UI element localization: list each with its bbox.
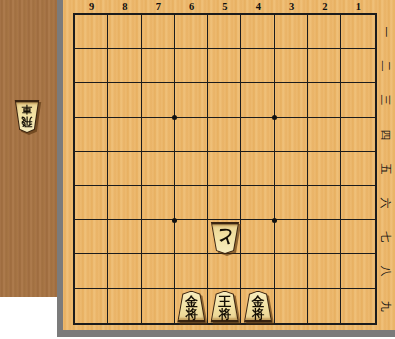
file-label: 5	[208, 0, 241, 13]
board-cell[interactable]	[275, 186, 308, 220]
piece-kanji: 王	[218, 295, 231, 309]
board-cell[interactable]	[275, 289, 308, 323]
board-cell[interactable]	[108, 254, 141, 288]
piece-kanji: 将	[219, 308, 231, 321]
board-cell[interactable]	[108, 83, 141, 117]
board-cell[interactable]	[175, 118, 208, 152]
board-cell[interactable]	[241, 83, 274, 117]
board-cell[interactable]	[75, 254, 108, 288]
board-cell[interactable]	[341, 186, 374, 220]
board-cell[interactable]	[308, 118, 341, 152]
piece-kanji: 金	[185, 295, 198, 309]
board-cell[interactable]	[75, 289, 108, 323]
board-cell[interactable]	[208, 15, 241, 49]
board-cell[interactable]	[275, 49, 308, 83]
file-label: 9	[75, 0, 108, 13]
board-cell[interactable]	[308, 254, 341, 288]
board-cell[interactable]	[142, 289, 175, 323]
board-cell[interactable]	[341, 220, 374, 254]
file-label: 6	[175, 0, 208, 13]
board-cell[interactable]	[208, 118, 241, 152]
board-cell[interactable]	[341, 118, 374, 152]
file-label: 4	[242, 0, 275, 13]
board-cell[interactable]	[241, 186, 274, 220]
piece-kanji: 金	[252, 295, 265, 309]
board-cell[interactable]	[175, 83, 208, 117]
board-cell[interactable]	[175, 49, 208, 83]
board-cell[interactable]	[341, 254, 374, 288]
board-cell[interactable]	[241, 254, 274, 288]
board-cell[interactable]	[108, 15, 141, 49]
piece-kanji: 飛	[22, 115, 33, 127]
board-cell[interactable]	[308, 152, 341, 186]
board-cell[interactable]	[75, 83, 108, 117]
board-cell[interactable]	[75, 152, 108, 186]
board-cell[interactable]	[308, 289, 341, 323]
board-cell[interactable]	[75, 118, 108, 152]
board-cell[interactable]	[75, 49, 108, 83]
board-cell[interactable]	[208, 83, 241, 117]
board-cell[interactable]	[275, 152, 308, 186]
board-cell[interactable]	[108, 118, 141, 152]
board-cell[interactable]	[241, 118, 274, 152]
board-cell[interactable]	[208, 152, 241, 186]
board-cell[interactable]	[275, 254, 308, 288]
board-cell[interactable]	[308, 15, 341, 49]
board-cell[interactable]	[142, 152, 175, 186]
board-cell[interactable]	[75, 15, 108, 49]
board-cell[interactable]	[308, 186, 341, 220]
board-cell[interactable]	[341, 49, 374, 83]
board-cell[interactable]	[341, 289, 374, 323]
board-cell[interactable]	[275, 83, 308, 117]
board-cell[interactable]	[208, 49, 241, 83]
board-cell[interactable]	[75, 186, 108, 220]
board-cell[interactable]	[108, 289, 141, 323]
piece-kanji: 将	[185, 308, 197, 321]
board-cell[interactable]	[142, 49, 175, 83]
board-cell[interactable]	[175, 186, 208, 220]
piece-kanji: と	[215, 228, 233, 247]
file-label: 3	[275, 0, 308, 13]
piece-tokin[interactable]: と	[210, 222, 240, 254]
board-cell[interactable]	[308, 49, 341, 83]
board-grid	[73, 13, 377, 325]
board-cell[interactable]	[142, 118, 175, 152]
board-cell[interactable]	[275, 118, 308, 152]
rank-labels: 一二三四五六七八九	[377, 15, 395, 323]
board-cell[interactable]	[208, 186, 241, 220]
piece-kanji: 将	[252, 308, 264, 321]
captured-pieces-tray: 飛車	[0, 0, 57, 297]
board-cell[interactable]	[108, 186, 141, 220]
board-cell[interactable]	[241, 152, 274, 186]
board-cell[interactable]	[175, 152, 208, 186]
file-label: 7	[142, 0, 175, 13]
board-cell[interactable]	[308, 220, 341, 254]
board-cell[interactable]	[108, 49, 141, 83]
board-cell[interactable]	[241, 220, 274, 254]
board-cell[interactable]	[275, 15, 308, 49]
board-cell[interactable]	[108, 152, 141, 186]
board-cell[interactable]	[108, 220, 141, 254]
piece-gold-general[interactable]: 金将	[243, 291, 273, 323]
board-shadow-bottom	[57, 330, 395, 337]
board-cell[interactable]	[142, 254, 175, 288]
board-cell[interactable]	[341, 83, 374, 117]
board-cell[interactable]	[75, 220, 108, 254]
board-cell[interactable]	[341, 152, 374, 186]
board-cell[interactable]	[175, 15, 208, 49]
board-cell[interactable]	[275, 220, 308, 254]
piece-kanji: 車	[22, 104, 33, 115]
board-cell[interactable]	[241, 15, 274, 49]
board-cell[interactable]	[142, 83, 175, 117]
shogi-app: 飛車 987654321 一二三四五六七八九 と金将王将金将	[0, 0, 395, 339]
board-cell[interactable]	[341, 15, 374, 49]
board-cell[interactable]	[142, 186, 175, 220]
board-cell[interactable]	[175, 254, 208, 288]
board-cell[interactable]	[142, 220, 175, 254]
board-cell[interactable]	[241, 49, 274, 83]
file-label: 8	[108, 0, 141, 13]
piece-king[interactable]: 王将	[210, 291, 240, 323]
piece-rook[interactable]: 飛車	[14, 100, 40, 133]
board-cell[interactable]	[208, 254, 241, 288]
file-label: 1	[342, 0, 375, 13]
board-cell[interactable]	[308, 83, 341, 117]
board-cell[interactable]	[142, 15, 175, 49]
piece-gold-general[interactable]: 金将	[176, 291, 206, 323]
file-labels: 987654321	[75, 0, 375, 13]
board-cell[interactable]	[175, 220, 208, 254]
shogi-board: 987654321 一二三四五六七八九 と金将王将金将	[63, 0, 395, 330]
file-label: 2	[308, 0, 341, 13]
